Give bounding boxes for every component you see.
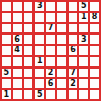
sudoku-cell-r9c6[interactable] bbox=[57, 90, 66, 99]
sudoku-cell-r3c9[interactable] bbox=[90, 24, 99, 33]
sudoku-cell-r6c2[interactable] bbox=[13, 57, 22, 66]
sudoku-box-r3c2: 265 bbox=[35, 69, 65, 99]
sudoku-cell-r2c4[interactable] bbox=[35, 13, 44, 22]
sudoku-cell-r7c8[interactable] bbox=[79, 69, 88, 78]
sudoku-cell-r5c8[interactable] bbox=[79, 46, 88, 55]
sudoku-cell-r7c6[interactable] bbox=[57, 69, 66, 78]
sudoku-cell-r3c3[interactable] bbox=[24, 24, 33, 33]
given-digit: 8 bbox=[92, 13, 98, 21]
sudoku-cell-r1c3[interactable] bbox=[24, 2, 33, 11]
sudoku-cell-r8c5: 6 bbox=[46, 79, 55, 88]
sudoku-box-r3c3: 72 bbox=[69, 69, 99, 99]
sudoku-cell-r6c4: 1 bbox=[35, 57, 44, 66]
sudoku-cell-r2c2[interactable] bbox=[13, 13, 22, 22]
sudoku-cell-r4c2: 6 bbox=[13, 35, 22, 44]
given-digit: 4 bbox=[14, 46, 20, 54]
sudoku-cell-r3c1[interactable] bbox=[2, 24, 11, 33]
given-digit: 6 bbox=[70, 46, 76, 54]
sudoku-cell-r6c7[interactable] bbox=[69, 57, 78, 66]
sudoku-cell-r7c9[interactable] bbox=[90, 69, 99, 78]
given-digit: 6 bbox=[14, 36, 20, 44]
sudoku-cell-r6c9[interactable] bbox=[90, 57, 99, 66]
sudoku-cell-r8c7: 2 bbox=[69, 79, 78, 88]
sudoku-cell-r3c8[interactable] bbox=[79, 24, 88, 33]
sudoku-cell-r4c1[interactable] bbox=[2, 35, 11, 44]
sudoku-cell-r7c1: 5 bbox=[2, 69, 11, 78]
sudoku-cell-r9c1: 1 bbox=[2, 90, 11, 99]
sudoku-cell-r3c2[interactable] bbox=[13, 24, 22, 33]
given-digit: 1 bbox=[4, 91, 10, 99]
sudoku-cell-r4c7[interactable] bbox=[69, 35, 78, 44]
given-digit: 1 bbox=[81, 13, 87, 21]
sudoku-cell-r9c3[interactable] bbox=[24, 90, 33, 99]
given-digit: 5 bbox=[81, 2, 87, 10]
sudoku-cell-r9c7[interactable] bbox=[69, 90, 78, 99]
sudoku-cell-r8c8[interactable] bbox=[79, 79, 88, 88]
given-digit: 5 bbox=[4, 69, 10, 77]
sudoku-cell-r8c2[interactable] bbox=[13, 79, 22, 88]
given-digit: 2 bbox=[48, 69, 54, 77]
sudoku-cell-r5c9[interactable] bbox=[90, 46, 99, 55]
sudoku-cell-r8c6[interactable] bbox=[57, 79, 66, 88]
given-digit: 7 bbox=[70, 69, 76, 77]
sudoku-cell-r2c8: 1 bbox=[79, 13, 88, 22]
sudoku-cell-r3c7[interactable] bbox=[69, 24, 78, 33]
sudoku-cell-r9c9[interactable] bbox=[90, 90, 99, 99]
sudoku-cell-r8c9[interactable] bbox=[90, 79, 99, 88]
sudoku-cell-r5c1[interactable] bbox=[2, 46, 11, 55]
sudoku-cell-r5c4[interactable] bbox=[35, 46, 44, 55]
sudoku-box-r2c2: 1 bbox=[35, 35, 65, 65]
given-digit: 7 bbox=[48, 24, 54, 32]
given-digit: 1 bbox=[37, 57, 43, 65]
sudoku-cell-r2c5[interactable] bbox=[46, 13, 55, 22]
sudoku-box-r1c3: 518 bbox=[69, 2, 99, 32]
sudoku-cell-r1c2[interactable] bbox=[13, 2, 22, 11]
sudoku-cell-r6c3[interactable] bbox=[24, 57, 33, 66]
sudoku-cell-r4c9[interactable] bbox=[90, 35, 99, 44]
sudoku-cell-r5c3[interactable] bbox=[24, 46, 33, 55]
sudoku-cell-r3c6[interactable] bbox=[57, 24, 66, 33]
sudoku-cell-r3c4[interactable] bbox=[35, 24, 44, 33]
sudoku-cell-r1c4: 3 bbox=[35, 2, 44, 11]
sudoku-cell-r3c5: 7 bbox=[46, 24, 55, 33]
sudoku-cell-r8c4[interactable] bbox=[35, 79, 44, 88]
sudoku-cell-r9c4: 5 bbox=[35, 90, 44, 99]
sudoku-cell-r2c6[interactable] bbox=[57, 13, 66, 22]
sudoku-cell-r9c5[interactable] bbox=[46, 90, 55, 99]
sudoku-board: 37518641365126572 bbox=[0, 0, 101, 101]
sudoku-cell-r8c3[interactable] bbox=[24, 79, 33, 88]
sudoku-cell-r4c3[interactable] bbox=[24, 35, 33, 44]
sudoku-cell-r2c7[interactable] bbox=[69, 13, 78, 22]
sudoku-cell-r2c3[interactable] bbox=[24, 13, 33, 22]
sudoku-cell-r8c1[interactable] bbox=[2, 79, 11, 88]
sudoku-cell-r1c9[interactable] bbox=[90, 2, 99, 11]
given-digit: 2 bbox=[70, 80, 76, 88]
sudoku-cell-r4c4[interactable] bbox=[35, 35, 44, 44]
sudoku-cell-r6c6[interactable] bbox=[57, 57, 66, 66]
sudoku-cell-r6c8[interactable] bbox=[79, 57, 88, 66]
sudoku-cell-r7c4[interactable] bbox=[35, 69, 44, 78]
sudoku-box-r1c1 bbox=[2, 2, 32, 32]
sudoku-cell-r7c7: 7 bbox=[69, 69, 78, 78]
sudoku-cell-r5c6[interactable] bbox=[57, 46, 66, 55]
given-digit: 6 bbox=[48, 80, 54, 88]
sudoku-cell-r7c5: 2 bbox=[46, 69, 55, 78]
sudoku-cell-r5c7: 6 bbox=[69, 46, 78, 55]
sudoku-cell-r5c5[interactable] bbox=[46, 46, 55, 55]
sudoku-cell-r5c2: 4 bbox=[13, 46, 22, 55]
sudoku-cell-r1c8: 5 bbox=[79, 2, 88, 11]
given-digit: 5 bbox=[37, 91, 43, 99]
sudoku-cell-r4c6[interactable] bbox=[57, 35, 66, 44]
sudoku-cell-r6c1[interactable] bbox=[2, 57, 11, 66]
sudoku-cell-r1c5[interactable] bbox=[46, 2, 55, 11]
sudoku-cell-r9c2[interactable] bbox=[13, 90, 22, 99]
sudoku-box-r3c1: 51 bbox=[2, 69, 32, 99]
sudoku-box-r2c1: 64 bbox=[2, 35, 32, 65]
sudoku-cell-r1c6[interactable] bbox=[57, 2, 66, 11]
sudoku-cell-r4c8: 3 bbox=[79, 35, 88, 44]
sudoku-box-r2c3: 36 bbox=[69, 35, 99, 65]
sudoku-box-r1c2: 37 bbox=[35, 2, 65, 32]
sudoku-cell-r4c5[interactable] bbox=[46, 35, 55, 44]
given-digit: 3 bbox=[81, 36, 87, 44]
sudoku-cell-r7c2[interactable] bbox=[13, 69, 22, 78]
given-digit: 3 bbox=[37, 2, 43, 10]
sudoku-cell-r9c8[interactable] bbox=[79, 90, 88, 99]
sudoku-cell-r1c1[interactable] bbox=[2, 2, 11, 11]
sudoku-cell-r2c9: 8 bbox=[90, 13, 99, 22]
sudoku-cell-r1c7[interactable] bbox=[69, 2, 78, 11]
sudoku-cell-r2c1[interactable] bbox=[2, 13, 11, 22]
sudoku-cell-r6c5[interactable] bbox=[46, 57, 55, 66]
sudoku-cell-r7c3[interactable] bbox=[24, 69, 33, 78]
